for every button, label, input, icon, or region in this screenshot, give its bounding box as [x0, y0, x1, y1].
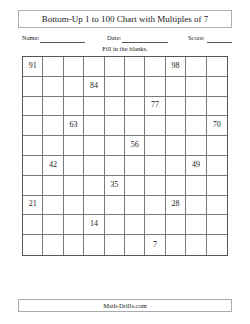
grid-cell-blank[interactable]	[105, 116, 125, 136]
grid-cell-blank[interactable]	[64, 136, 84, 156]
grid-cell-given: 21	[23, 196, 43, 216]
grid-cell-blank[interactable]	[145, 77, 165, 97]
grid-cell-blank[interactable]	[186, 176, 206, 196]
grid-cell-blank[interactable]	[43, 136, 63, 156]
grid-cell-blank[interactable]	[186, 116, 206, 136]
grid-cell-blank[interactable]	[207, 57, 227, 77]
grid-cell-blank[interactable]	[105, 215, 125, 235]
grid-cell-blank[interactable]	[207, 97, 227, 117]
grid-cell-given: 49	[186, 156, 206, 176]
grid-cell-blank[interactable]	[186, 57, 206, 77]
grid-cell-given: 56	[125, 136, 145, 156]
date-field[interactable]	[122, 36, 168, 43]
grid-cell-blank[interactable]	[64, 97, 84, 117]
grid-cell-blank[interactable]	[23, 116, 43, 136]
grid-cell-blank[interactable]	[207, 215, 227, 235]
grid-cell-blank[interactable]	[145, 136, 165, 156]
grid-cell-blank[interactable]	[145, 156, 165, 176]
grid-cell-blank[interactable]	[125, 57, 145, 77]
grid-cell-blank[interactable]	[186, 196, 206, 216]
grid-cell-blank[interactable]	[84, 196, 104, 216]
grid-cell-blank[interactable]	[64, 176, 84, 196]
page-title: Bottom-Up 1 to 100 Chart with Multiples …	[42, 14, 209, 24]
grid-cell-blank[interactable]	[207, 196, 227, 216]
grid-cell-blank[interactable]	[43, 215, 63, 235]
grid-cell-blank[interactable]	[84, 57, 104, 77]
grid-cell-blank[interactable]	[64, 215, 84, 235]
grid-cell-given: 84	[84, 77, 104, 97]
grid-cell-blank[interactable]	[84, 97, 104, 117]
grid-cell-blank[interactable]	[105, 77, 125, 97]
name-field[interactable]	[40, 36, 85, 43]
grid-cell-blank[interactable]	[105, 235, 125, 255]
grid-cell-blank[interactable]	[43, 97, 63, 117]
grid-cell-given: 42	[43, 156, 63, 176]
grid-cell-given: 28	[166, 196, 186, 216]
grid-cell-blank[interactable]	[64, 235, 84, 255]
grid-cell-blank[interactable]	[145, 176, 165, 196]
footer-text: Math-Drills.com	[103, 302, 147, 309]
grid-cell-blank[interactable]	[186, 136, 206, 156]
grid-cell-blank[interactable]	[43, 77, 63, 97]
score-label: Score:	[188, 34, 205, 42]
grid-cell-blank[interactable]	[84, 116, 104, 136]
grid-cell-blank[interactable]	[166, 156, 186, 176]
grid-cell-blank[interactable]	[23, 176, 43, 196]
grid-cell-blank[interactable]	[23, 215, 43, 235]
grid-cell-blank[interactable]	[64, 156, 84, 176]
grid-cell-blank[interactable]	[186, 235, 206, 255]
grid-cell-blank[interactable]	[125, 116, 145, 136]
grid-cell-blank[interactable]	[207, 156, 227, 176]
grid-cell-given: 91	[23, 57, 43, 77]
grid-cell-given: 98	[166, 57, 186, 77]
grid-cell-blank[interactable]	[84, 235, 104, 255]
grid-cell-blank[interactable]	[43, 196, 63, 216]
grid-cell-blank[interactable]	[207, 176, 227, 196]
grid-cell-blank[interactable]	[186, 215, 206, 235]
grid-cell-blank[interactable]	[207, 235, 227, 255]
grid-cell-blank[interactable]	[145, 215, 165, 235]
grid-cell-blank[interactable]	[166, 176, 186, 196]
grid-cell-blank[interactable]	[125, 97, 145, 117]
grid-cell-blank[interactable]	[125, 215, 145, 235]
grid-cell-blank[interactable]	[125, 176, 145, 196]
grid-cell-blank[interactable]	[145, 196, 165, 216]
grid-cell-blank[interactable]	[125, 77, 145, 97]
grid-cell-blank[interactable]	[145, 116, 165, 136]
grid-cell-blank[interactable]	[207, 136, 227, 156]
grid-cell-blank[interactable]	[23, 77, 43, 97]
grid-cell-blank[interactable]	[84, 136, 104, 156]
grid-cell-given: 35	[105, 176, 125, 196]
grid-cell-blank[interactable]	[23, 97, 43, 117]
grid-cell-blank[interactable]	[105, 57, 125, 77]
title-box: Bottom-Up 1 to 100 Chart with Multiples …	[18, 10, 232, 28]
grid-cell-given: 7	[145, 235, 165, 255]
grid-cell-blank[interactable]	[166, 97, 186, 117]
grid-cell-blank[interactable]	[105, 156, 125, 176]
grid-cell-blank[interactable]	[43, 116, 63, 136]
score-field[interactable]	[207, 36, 232, 43]
grid-cell-blank[interactable]	[145, 57, 165, 77]
name-label: Name:	[22, 34, 39, 42]
grid-cell-blank[interactable]	[84, 176, 104, 196]
grid-cell-blank[interactable]	[23, 156, 43, 176]
grid-cell-blank[interactable]	[84, 156, 104, 176]
grid-cell-blank[interactable]	[166, 116, 186, 136]
date-label: Date:	[107, 34, 121, 42]
grid-cell-blank[interactable]	[166, 77, 186, 97]
grid-cell-blank[interactable]	[23, 235, 43, 255]
footer-box: Math-Drills.com	[18, 299, 232, 312]
grid-cell-blank[interactable]	[23, 136, 43, 156]
grid-cell-blank[interactable]	[186, 77, 206, 97]
grid-cell-blank[interactable]	[105, 97, 125, 117]
grid-cell-given: 77	[145, 97, 165, 117]
grid-cell-blank[interactable]	[207, 77, 227, 97]
grid-cell-blank[interactable]	[166, 235, 186, 255]
grid-cell-blank[interactable]	[64, 57, 84, 77]
grid-cell-blank[interactable]	[43, 176, 63, 196]
grid-cell-blank[interactable]	[166, 136, 186, 156]
instruction-text: Fill in the blanks.	[0, 45, 250, 52]
grid-cell-blank[interactable]	[186, 97, 206, 117]
grid-cell-blank[interactable]	[105, 136, 125, 156]
grid-cell-blank[interactable]	[105, 196, 125, 216]
grid-cell-blank[interactable]	[43, 235, 63, 255]
grid-cell-blank[interactable]	[125, 196, 145, 216]
number-chart-grid: 919884776370564249352128147	[22, 56, 228, 256]
grid-cell-blank[interactable]	[125, 235, 145, 255]
grid-cell-blank[interactable]	[64, 77, 84, 97]
grid-cell-given: 63	[64, 116, 84, 136]
grid-cell-blank[interactable]	[43, 57, 63, 77]
grid-cell-blank[interactable]	[125, 156, 145, 176]
grid-cell-blank[interactable]	[64, 196, 84, 216]
grid-cell-blank[interactable]	[166, 215, 186, 235]
grid-cell-given: 14	[84, 215, 104, 235]
grid-cell-given: 70	[207, 116, 227, 136]
